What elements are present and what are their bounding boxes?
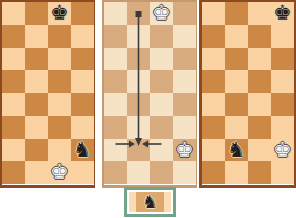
tray-light-square: [164, 192, 171, 212]
square-r3c1: [202, 48, 225, 71]
answer-piece-tray[interactable]: ♞: [124, 187, 176, 217]
square-r6c3: [150, 116, 173, 139]
black-knight: ♞: [225, 139, 248, 162]
square-r7c3: [248, 139, 271, 162]
square-r6c2: [225, 116, 248, 139]
square-r5c2: [127, 93, 150, 116]
square-r4c4: [271, 70, 294, 93]
square-r3c1: [104, 48, 127, 71]
board-squares: ♚♚: [104, 2, 196, 185]
square-r7c2: ♞: [225, 139, 248, 162]
square-r6c3: [248, 116, 271, 139]
square-r7c4: ♞: [71, 139, 94, 162]
square-r3c2: [127, 48, 150, 71]
square-r8c2: [127, 161, 150, 184]
square-r2c2: [225, 25, 248, 48]
square-r2c3: [248, 25, 271, 48]
square-r5c4: [271, 93, 294, 116]
square-r2c4: [271, 25, 294, 48]
square-r5c1: [202, 93, 225, 116]
square-r5c3: [150, 93, 173, 116]
black-knight: ♞: [71, 139, 94, 162]
square-r1c3: [248, 2, 271, 25]
square-r3c4: [271, 48, 294, 71]
square-r2c1: [2, 25, 25, 48]
white-king: ♚: [150, 2, 173, 25]
square-r1c1: [104, 2, 127, 25]
white-king: ♚: [48, 161, 71, 184]
square-r2c1: [104, 25, 127, 48]
square-r8c3: ♚: [48, 161, 71, 184]
square-r2c4: [173, 25, 196, 48]
square-r3c3: [150, 48, 173, 71]
square-r7c2: [127, 139, 150, 162]
square-r3c2: [25, 48, 48, 71]
board-squares: ♚♞♚: [202, 2, 294, 185]
square-r2c2: [127, 25, 150, 48]
square-r8c2: [225, 161, 248, 184]
square-r6c2: [127, 116, 150, 139]
square-r4c3: [150, 70, 173, 93]
square-r8c3: [150, 161, 173, 184]
square-r2c2: [25, 25, 48, 48]
square-r2c4: [71, 25, 94, 48]
square-r4c3: [48, 70, 71, 93]
board-squares: ♚♞♚: [2, 2, 94, 185]
board-frame: ♚♞♚: [0, 0, 95, 188]
square-r1c3: ♚: [150, 2, 173, 25]
square-r6c1: [104, 116, 127, 139]
tray-light-square: [129, 192, 136, 212]
square-r5c3: [48, 93, 71, 116]
square-r7c1: [104, 139, 127, 162]
square-r1c2: [225, 2, 248, 25]
black-king: ♚: [271, 2, 294, 25]
option-board-left[interactable]: ♚♞♚: [0, 0, 95, 188]
square-r7c3: [48, 139, 71, 162]
option-board-middle[interactable]: ♚♚: [102, 0, 197, 188]
square-r1c4: ♚: [271, 2, 294, 25]
square-r2c3: [150, 25, 173, 48]
square-r5c1: [104, 93, 127, 116]
board-frame: ♚♚: [102, 0, 197, 188]
square-r8c3: [248, 161, 271, 184]
square-r7c4: ♚: [271, 139, 294, 162]
square-r2c1: [202, 25, 225, 48]
square-r7c1: [2, 139, 25, 162]
square-r4c1: [104, 70, 127, 93]
board-frame: ♚♞♚: [199, 0, 296, 188]
square-r1c4: [173, 2, 196, 25]
square-r4c1: [2, 70, 25, 93]
square-r4c2: [127, 70, 150, 93]
square-r1c4: [71, 2, 94, 25]
square-r6c4: [271, 116, 294, 139]
square-r3c3: [48, 48, 71, 71]
square-r8c4: [71, 161, 94, 184]
square-r8c4: [271, 161, 294, 184]
square-r8c1: [202, 161, 225, 184]
square-r4c3: [248, 70, 271, 93]
black-knight-piece[interactable]: ♞: [136, 192, 164, 212]
square-r3c1: [2, 48, 25, 71]
square-r6c3: [48, 116, 71, 139]
tray-square-strip: ♞: [129, 192, 171, 212]
square-r5c2: [225, 93, 248, 116]
square-r6c2: [25, 116, 48, 139]
square-r1c3: ♚: [48, 2, 71, 25]
square-r5c4: [173, 93, 196, 116]
square-r4c2: [25, 70, 48, 93]
square-r8c2: [25, 161, 48, 184]
lesson-stage: ♚♞♚ ♚♚ ♚♞♚ ♞: [0, 0, 296, 218]
square-r5c3: [248, 93, 271, 116]
square-r7c4: ♚: [173, 139, 196, 162]
square-r1c1: [2, 2, 25, 25]
black-king: ♚: [48, 2, 71, 25]
option-board-right[interactable]: ♚♞♚: [199, 0, 296, 188]
square-r4c1: [202, 70, 225, 93]
square-r6c4: [173, 116, 196, 139]
square-r4c4: [71, 70, 94, 93]
square-r3c4: [71, 48, 94, 71]
square-r5c4: [71, 93, 94, 116]
square-r2c3: [48, 25, 71, 48]
square-r8c1: [2, 161, 25, 184]
square-r3c2: [225, 48, 248, 71]
square-r6c4: [71, 116, 94, 139]
square-r7c3: [150, 139, 173, 162]
white-king: ♚: [173, 139, 196, 162]
square-r1c1: [202, 2, 225, 25]
square-r5c2: [25, 93, 48, 116]
white-king: ♚: [271, 139, 294, 162]
square-r7c2: [25, 139, 48, 162]
square-r1c2: [25, 2, 48, 25]
square-r1c2: [127, 2, 150, 25]
square-r4c4: [173, 70, 196, 93]
square-r6c1: [202, 116, 225, 139]
square-r8c4: [173, 161, 196, 184]
square-r3c4: [173, 48, 196, 71]
square-r5c1: [2, 93, 25, 116]
square-r8c1: [104, 161, 127, 184]
square-r4c2: [225, 70, 248, 93]
square-r6c1: [2, 116, 25, 139]
square-r3c3: [248, 48, 271, 71]
tray-dark-square: ♞: [136, 192, 164, 212]
square-r7c1: [202, 139, 225, 162]
